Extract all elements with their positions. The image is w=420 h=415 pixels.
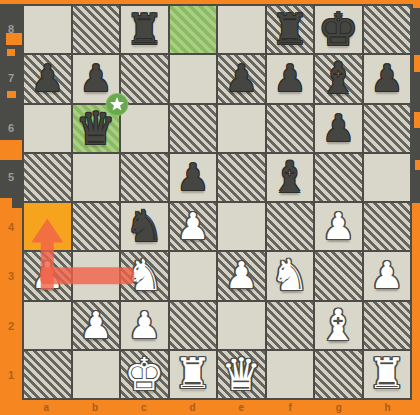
square-e8[interactable] (218, 6, 265, 53)
square-a1[interactable] (24, 351, 71, 398)
square-e4[interactable] (218, 203, 265, 250)
square-h8[interactable] (364, 6, 411, 53)
piece-white-p-h3[interactable]: ♟ (370, 257, 403, 294)
square-h3[interactable]: ♟ (364, 252, 411, 299)
piece-white-p-e3[interactable]: ♟ (225, 257, 258, 294)
rank-label: 5 (0, 153, 22, 203)
square-h4[interactable] (364, 203, 411, 250)
square-c8[interactable]: ♜ (121, 6, 168, 53)
square-d8[interactable] (170, 6, 217, 53)
square-e7[interactable]: ♟ (218, 55, 265, 102)
square-f1[interactable] (267, 351, 314, 398)
piece-white-p-d4[interactable]: ♟ (176, 208, 209, 245)
square-f4[interactable] (267, 203, 314, 250)
piece-white-b-g2[interactable]: ♝ (319, 304, 358, 347)
square-e2[interactable] (218, 302, 265, 349)
piece-white-k-c1[interactable]: ♚ (124, 352, 164, 397)
file-label: e (217, 399, 266, 415)
square-a7[interactable]: ♟ (24, 55, 71, 102)
file-label: b (71, 399, 120, 415)
square-e1[interactable]: ♛ (218, 351, 265, 398)
file-label: h (363, 399, 412, 415)
file-label: c (120, 399, 169, 415)
square-a6[interactable] (24, 105, 71, 152)
app-frame: 8 7 6 5 4 3 2 1 a b c d e f g h ♜♜♚♟♟♟♟♝… (0, 0, 420, 415)
piece-white-p-g4[interactable]: ♟ (322, 208, 355, 245)
square-f2[interactable] (267, 302, 314, 349)
rank-label: 2 (0, 301, 22, 351)
rank-label: 3 (0, 252, 22, 302)
rank-label: 6 (0, 103, 22, 153)
file-coordinates: a b c d e f g h (22, 399, 412, 415)
square-e6[interactable] (218, 105, 265, 152)
rank-label: 7 (0, 54, 22, 104)
frame-notch (415, 160, 420, 170)
piece-white-p-b2[interactable]: ♟ (79, 307, 112, 344)
square-b3[interactable] (73, 252, 120, 299)
square-a3[interactable]: ♟ (24, 252, 71, 299)
rank-label: 8 (0, 4, 22, 54)
square-c1[interactable]: ♚ (121, 351, 168, 398)
piece-black-k-g8[interactable]: ♚ (318, 7, 358, 52)
square-d2[interactable] (170, 302, 217, 349)
frame-notch (413, 0, 420, 8)
square-c7[interactable] (121, 55, 168, 102)
piece-black-r-c8[interactable]: ♜ (125, 9, 163, 51)
square-c2[interactable]: ♟ (121, 302, 168, 349)
rank-coordinates: 8 7 6 5 4 3 2 1 (0, 4, 22, 400)
square-c5[interactable] (121, 154, 168, 201)
piece-white-n-f3[interactable]: ♞ (270, 254, 309, 297)
file-label: f (266, 399, 315, 415)
piece-black-r-f8[interactable]: ♜ (271, 9, 309, 51)
piece-white-n-c3[interactable]: ♞ (125, 254, 164, 297)
piece-black-p-d5[interactable]: ♟ (176, 159, 209, 196)
square-d3[interactable] (170, 252, 217, 299)
square-f8[interactable]: ♜ (267, 6, 314, 53)
rank-label: 1 (0, 351, 22, 401)
square-b6[interactable]: ♛ (73, 105, 120, 152)
square-a4[interactable] (24, 203, 71, 250)
rank-label: 4 (0, 202, 22, 252)
square-e3[interactable]: ♟ (218, 252, 265, 299)
square-b5[interactable] (73, 154, 120, 201)
square-c3[interactable]: ♞ (121, 252, 168, 299)
square-b2[interactable]: ♟ (73, 302, 120, 349)
square-g8[interactable]: ♚ (315, 6, 362, 53)
piece-black-p-f7[interactable]: ♟ (273, 60, 306, 97)
square-b4[interactable] (73, 203, 120, 250)
piece-black-q-b6[interactable]: ♛ (76, 106, 116, 151)
square-d7[interactable] (170, 55, 217, 102)
square-g2[interactable]: ♝ (315, 302, 362, 349)
square-b1[interactable] (73, 351, 120, 398)
square-g1[interactable] (315, 351, 362, 398)
square-b8[interactable] (73, 6, 120, 53)
square-d4[interactable]: ♟ (170, 203, 217, 250)
square-f5[interactable]: ♝ (267, 154, 314, 201)
piece-black-b-g7[interactable]: ♝ (319, 57, 358, 100)
square-a2[interactable] (24, 302, 71, 349)
piece-black-b-f5[interactable]: ♝ (270, 156, 309, 199)
square-h5[interactable] (364, 154, 411, 201)
piece-black-p-e7[interactable]: ♟ (225, 60, 258, 97)
piece-black-p-b7[interactable]: ♟ (79, 60, 112, 97)
piece-white-r-d1[interactable]: ♜ (174, 353, 212, 395)
square-g6[interactable]: ♟ (315, 105, 362, 152)
piece-white-q-e1[interactable]: ♛ (221, 352, 261, 397)
square-d6[interactable] (170, 105, 217, 152)
piece-white-r-h1[interactable]: ♜ (368, 353, 406, 395)
square-b7[interactable]: ♟ (73, 55, 120, 102)
piece-black-p-h7[interactable]: ♟ (370, 60, 403, 97)
square-h2[interactable] (364, 302, 411, 349)
square-e5[interactable] (218, 154, 265, 201)
square-h6[interactable] (364, 105, 411, 152)
square-g5[interactable] (315, 154, 362, 201)
piece-black-n-c4[interactable]: ♞ (125, 205, 164, 248)
square-h1[interactable]: ♜ (364, 351, 411, 398)
square-c4[interactable]: ♞ (121, 203, 168, 250)
piece-black-p-a7[interactable]: ♟ (31, 60, 64, 97)
square-g4[interactable]: ♟ (315, 203, 362, 250)
square-g7[interactable]: ♝ (315, 55, 362, 102)
square-d5[interactable]: ♟ (170, 154, 217, 201)
square-a8[interactable] (24, 6, 71, 53)
square-f7[interactable]: ♟ (267, 55, 314, 102)
square-c6[interactable] (121, 105, 168, 152)
square-f6[interactable] (267, 105, 314, 152)
frame-notch (414, 195, 420, 203)
square-a5[interactable] (24, 154, 71, 201)
file-label: d (168, 399, 217, 415)
file-label: g (315, 399, 364, 415)
piece-white-p-a3[interactable]: ♟ (31, 257, 64, 294)
piece-black-p-g6[interactable]: ♟ (322, 110, 355, 147)
square-f3[interactable]: ♞ (267, 252, 314, 299)
frame-notch (414, 112, 420, 128)
square-g3[interactable] (315, 252, 362, 299)
frame-notch (414, 55, 420, 72)
square-d1[interactable]: ♜ (170, 351, 217, 398)
piece-white-p-c2[interactable]: ♟ (128, 307, 161, 344)
chess-board[interactable]: ♜♜♚♟♟♟♟♝♟♛♟♟♝♞♟♟♟♞♟♞♟♟♟♝♚♜♛♜ (22, 4, 412, 400)
square-h7[interactable]: ♟ (364, 55, 411, 102)
file-label: a (22, 399, 71, 415)
right-frame-bar (412, 4, 420, 203)
